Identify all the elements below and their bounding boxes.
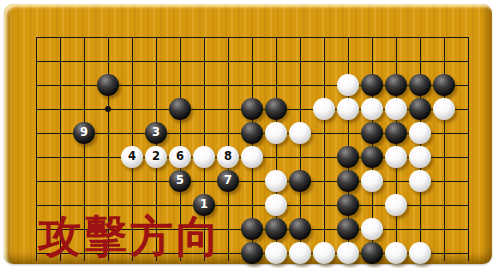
board-point[interactable]: [312, 241, 336, 265]
stone-white[interactable]: [265, 242, 287, 264]
board-point[interactable]: [240, 241, 264, 265]
board-point[interactable]: [384, 73, 408, 97]
stone-white-move-6[interactable]: 6: [169, 146, 191, 168]
board-point[interactable]: [288, 169, 312, 193]
stone-white[interactable]: [313, 242, 335, 264]
stone-black[interactable]: [361, 146, 383, 168]
stone-black[interactable]: [337, 194, 359, 216]
board-point[interactable]: [384, 145, 408, 169]
screenshot-root: 934268571 攻擊方向: [0, 0, 496, 268]
board-point[interactable]: 5: [168, 169, 192, 193]
board-point[interactable]: [360, 145, 384, 169]
stone-white[interactable]: [361, 98, 383, 120]
board-point[interactable]: [264, 241, 288, 265]
board-point[interactable]: [264, 169, 288, 193]
stone-white[interactable]: [265, 194, 287, 216]
board-point[interactable]: [384, 97, 408, 121]
stone-white[interactable]: [361, 170, 383, 192]
stone-black[interactable]: [265, 98, 287, 120]
board-point[interactable]: [336, 73, 360, 97]
annotation-attack-direction: 攻擊方向: [38, 213, 238, 259]
board-point[interactable]: [336, 145, 360, 169]
board-point[interactable]: [264, 121, 288, 145]
move-number-label: 6: [176, 151, 184, 163]
board-point[interactable]: [312, 97, 336, 121]
stone-white[interactable]: [337, 98, 359, 120]
board-point[interactable]: 3: [144, 121, 168, 145]
stone-black[interactable]: [337, 218, 359, 240]
board-point[interactable]: [408, 145, 432, 169]
board-point[interactable]: [336, 169, 360, 193]
stone-black[interactable]: [433, 74, 455, 96]
board-point[interactable]: [360, 217, 384, 241]
stone-black[interactable]: [289, 218, 311, 240]
stone-white[interactable]: [313, 98, 335, 120]
stone-black[interactable]: [241, 98, 263, 120]
board-point[interactable]: [360, 121, 384, 145]
stone-black[interactable]: [361, 122, 383, 144]
stone-black[interactable]: [337, 170, 359, 192]
stone-white[interactable]: [385, 146, 407, 168]
board-point[interactable]: [288, 241, 312, 265]
board-point[interactable]: 4: [120, 145, 144, 169]
stone-black[interactable]: [241, 218, 263, 240]
stone-black-move-7[interactable]: 7: [217, 170, 239, 192]
board-point[interactable]: [240, 121, 264, 145]
stone-black[interactable]: [241, 242, 263, 264]
stone-black[interactable]: [169, 98, 191, 120]
board-point[interactable]: [408, 169, 432, 193]
stone-white[interactable]: [385, 98, 407, 120]
board-point[interactable]: [432, 73, 456, 97]
board-point[interactable]: 9: [72, 121, 96, 145]
board-point[interactable]: 7: [216, 169, 240, 193]
stone-white-move-8[interactable]: 8: [217, 146, 239, 168]
board-point[interactable]: [192, 145, 216, 169]
board-point[interactable]: [288, 217, 312, 241]
board-point[interactable]: [240, 145, 264, 169]
stone-white[interactable]: [385, 242, 407, 264]
board-point[interactable]: [408, 73, 432, 97]
board-point[interactable]: 8: [216, 145, 240, 169]
board-point[interactable]: [96, 73, 120, 97]
board-point[interactable]: [264, 217, 288, 241]
stone-white[interactable]: [193, 146, 215, 168]
board-point[interactable]: 6: [168, 145, 192, 169]
stone-black[interactable]: [289, 170, 311, 192]
board-point[interactable]: [360, 73, 384, 97]
board-point[interactable]: [384, 121, 408, 145]
stone-white[interactable]: [409, 170, 431, 192]
stone-white[interactable]: [409, 242, 431, 264]
board-point[interactable]: [336, 193, 360, 217]
board-point[interactable]: [384, 241, 408, 265]
stone-black-move-5[interactable]: 5: [169, 170, 191, 192]
board-point[interactable]: [360, 97, 384, 121]
move-number-label: 5: [176, 175, 184, 187]
board-point[interactable]: [432, 97, 456, 121]
stone-white[interactable]: [433, 98, 455, 120]
board-point[interactable]: 2: [144, 145, 168, 169]
stone-white[interactable]: [241, 146, 263, 168]
go-board[interactable]: 934268571 攻擊方向: [4, 4, 492, 264]
board-point[interactable]: [408, 241, 432, 265]
stone-white[interactable]: [337, 242, 359, 264]
stone-white[interactable]: [265, 170, 287, 192]
board-point[interactable]: [408, 97, 432, 121]
stone-black[interactable]: [97, 74, 119, 96]
move-number-label: 9: [80, 127, 88, 139]
move-number-label: 7: [224, 175, 232, 187]
stone-black[interactable]: [409, 98, 431, 120]
stone-black[interactable]: [385, 74, 407, 96]
board-point[interactable]: [384, 193, 408, 217]
board-point[interactable]: [360, 241, 384, 265]
board-point[interactable]: [264, 97, 288, 121]
stone-black[interactable]: [385, 122, 407, 144]
board-point[interactable]: [336, 217, 360, 241]
stone-white[interactable]: [337, 74, 359, 96]
move-number-label: 3: [152, 127, 160, 139]
board-point[interactable]: [240, 217, 264, 241]
board-point[interactable]: [168, 97, 192, 121]
stone-white[interactable]: [409, 122, 431, 144]
board-point[interactable]: [264, 193, 288, 217]
stone-black-move-3[interactable]: 3: [145, 122, 167, 144]
board-point[interactable]: [336, 241, 360, 265]
move-number-label: 8: [224, 151, 232, 163]
stone-white[interactable]: [409, 146, 431, 168]
board-point[interactable]: [336, 97, 360, 121]
stone-white[interactable]: [385, 194, 407, 216]
stone-black-move-9[interactable]: 9: [73, 122, 95, 144]
stone-black[interactable]: [265, 218, 287, 240]
stone-black[interactable]: [409, 74, 431, 96]
stone-black[interactable]: [361, 242, 383, 264]
stone-white[interactable]: [289, 242, 311, 264]
stone-white-move-2[interactable]: 2: [145, 146, 167, 168]
stone-white[interactable]: [361, 218, 383, 240]
stone-black[interactable]: [241, 122, 263, 144]
move-number-label: 2: [152, 151, 160, 163]
board-point[interactable]: [288, 121, 312, 145]
move-number-label: 4: [128, 151, 136, 163]
stone-black[interactable]: [361, 74, 383, 96]
move-number-label: 1: [200, 199, 208, 211]
board-point[interactable]: [408, 121, 432, 145]
stone-black[interactable]: [337, 146, 359, 168]
board-point[interactable]: [360, 169, 384, 193]
board-point[interactable]: [240, 97, 264, 121]
stone-white[interactable]: [289, 122, 311, 144]
stone-white-move-4[interactable]: 4: [121, 146, 143, 168]
stone-white[interactable]: [265, 122, 287, 144]
